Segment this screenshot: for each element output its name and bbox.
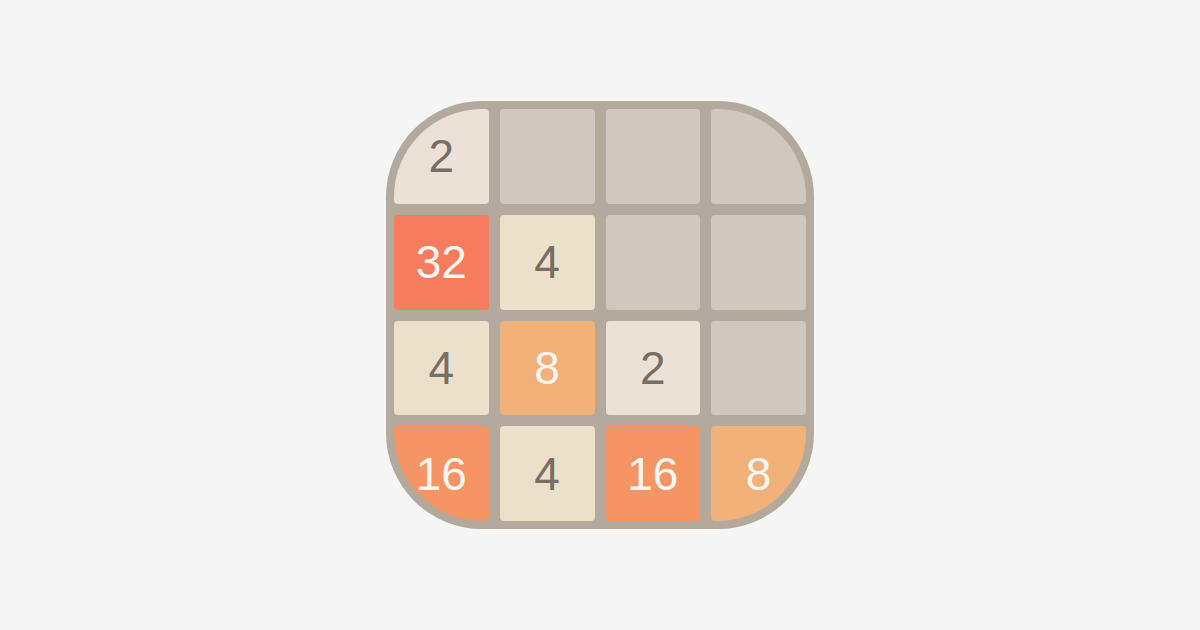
tile-16: 16 bbox=[394, 426, 489, 521]
empty-cell bbox=[606, 215, 701, 310]
tile-8: 8 bbox=[500, 321, 595, 416]
empty-cell bbox=[500, 109, 595, 204]
tile-4: 4 bbox=[500, 215, 595, 310]
tile-32: 32 bbox=[394, 215, 489, 310]
empty-cell bbox=[711, 321, 806, 416]
empty-cell bbox=[711, 109, 806, 204]
tile-2: 2 bbox=[606, 321, 701, 416]
tile-4: 4 bbox=[394, 321, 489, 416]
page-canvas: 2324482164168 bbox=[0, 0, 1200, 630]
tile-4: 4 bbox=[500, 426, 595, 521]
board-grid: 2324482164168 bbox=[394, 109, 806, 521]
tile-8: 8 bbox=[711, 426, 806, 521]
empty-cell bbox=[606, 109, 701, 204]
tile-16: 16 bbox=[606, 426, 701, 521]
app-icon-2048[interactable]: 2324482164168 bbox=[386, 101, 814, 529]
tile-2: 2 bbox=[394, 109, 489, 204]
empty-cell bbox=[711, 215, 806, 310]
board: 2324482164168 bbox=[394, 109, 806, 521]
